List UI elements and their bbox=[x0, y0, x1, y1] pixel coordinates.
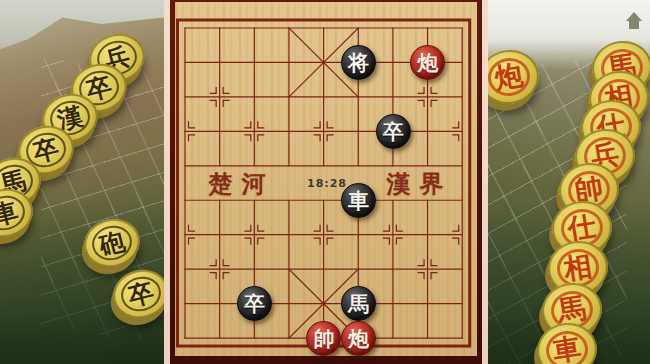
pieces-layer[interactable]: 将炮卒車卒馬帥炮 bbox=[168, 11, 480, 355]
piece-black-soldier-1[interactable]: 卒 bbox=[376, 114, 411, 149]
piece-black-soldier-2[interactable]: 卒 bbox=[237, 286, 272, 321]
piece-red-general[interactable]: 帥 bbox=[306, 321, 341, 356]
right-background-photo: 炮馬相仕兵帥仕相馬車 bbox=[488, 0, 650, 364]
left-background-photo: 兵卒漢卒馬車砲卒 bbox=[0, 0, 164, 364]
xiangqi-board[interactable]: 楚河 18:28 漢界 将炮卒車卒馬帥炮 bbox=[170, 0, 482, 364]
piece-red-cannon-2[interactable]: 炮 bbox=[341, 321, 376, 356]
piece-red-cannon-1[interactable]: 炮 bbox=[410, 45, 445, 80]
piece-black-general[interactable]: 将 bbox=[341, 45, 376, 80]
piece-black-horse[interactable]: 馬 bbox=[341, 286, 376, 321]
piece-black-chariot[interactable]: 車 bbox=[341, 183, 376, 218]
game-screen: 兵卒漢卒馬車砲卒 楚河 18:28 漢界 将炮卒車卒馬帥炮 炮馬相仕兵帥仕相馬車 bbox=[0, 0, 650, 364]
pagoda-silhouette bbox=[626, 12, 642, 21]
